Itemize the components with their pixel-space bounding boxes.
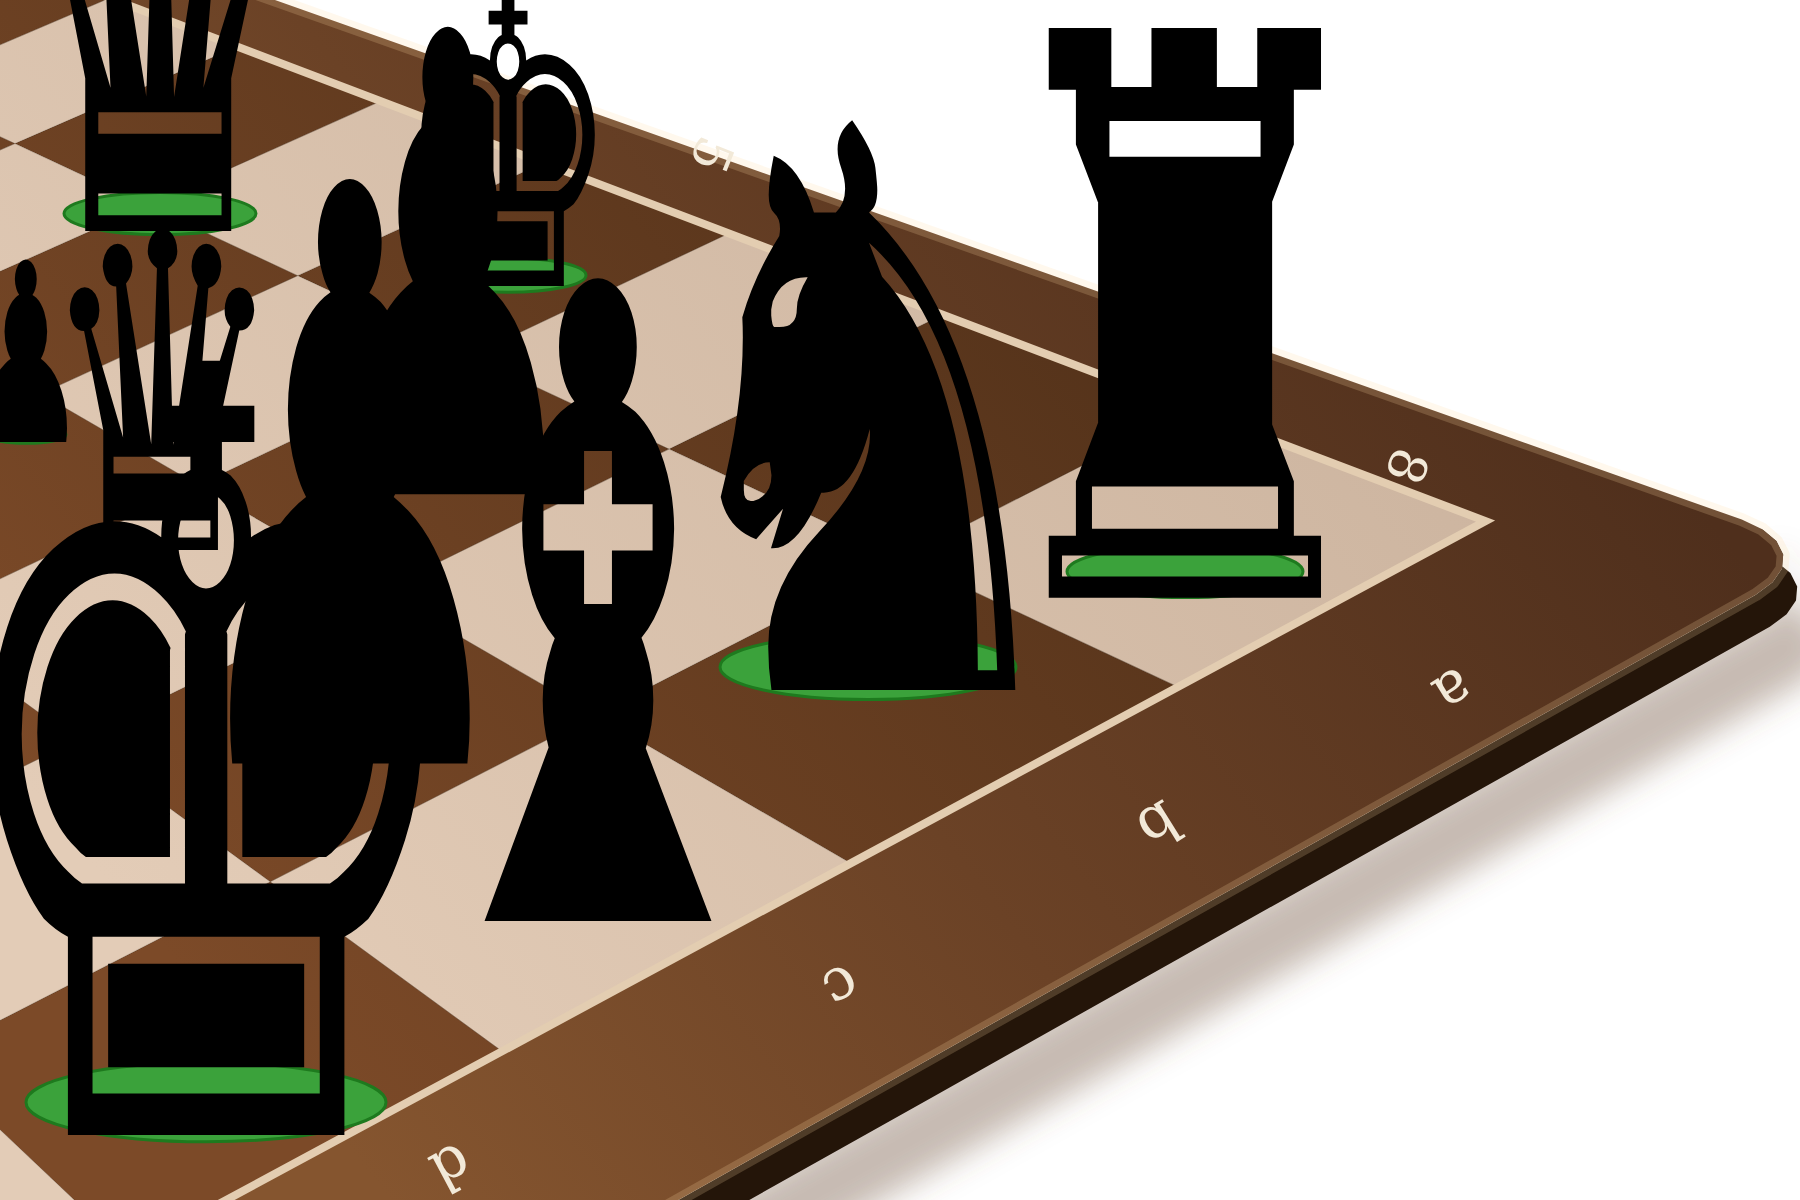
white-king-glyph: ♚ <box>0 151 482 1200</box>
chessboard-photo-scene: abcd85♛♚♟♟♛♜♞♟♝♚ <box>0 0 1800 1200</box>
piece-white-king-d8[interactable]: ♚ <box>0 238 482 1200</box>
